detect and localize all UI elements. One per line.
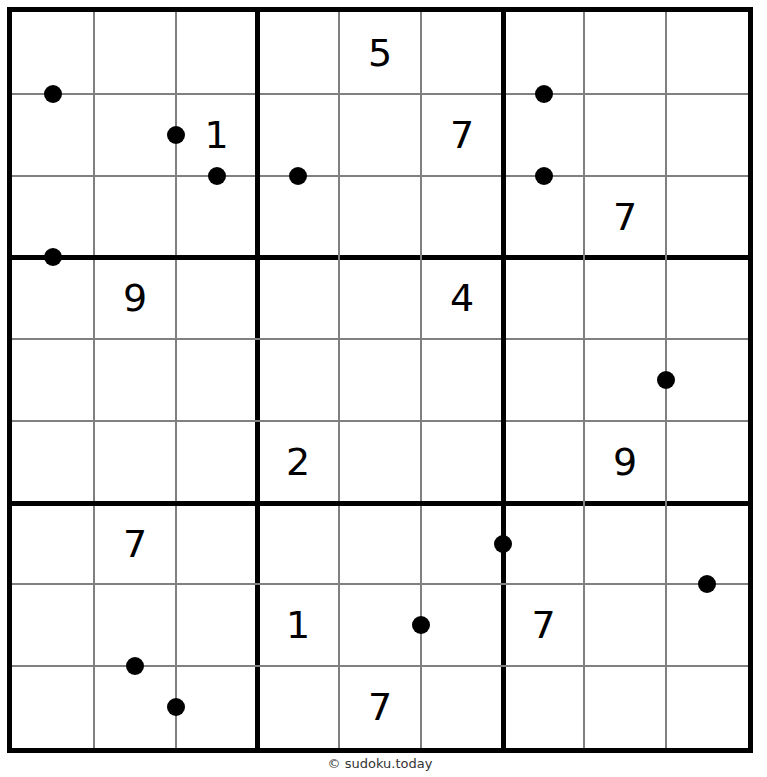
footer-credit: © sudoku.today bbox=[7, 756, 753, 771]
cell-r9c3 bbox=[176, 666, 257, 748]
cell-r8c2 bbox=[94, 584, 176, 666]
cell-r7c5 bbox=[339, 503, 421, 584]
cell-r1c7 bbox=[503, 12, 584, 94]
cell-r5c5 bbox=[339, 339, 421, 421]
cell-r1c2 bbox=[94, 12, 176, 94]
box-line-horizontal bbox=[12, 501, 748, 506]
cell-line-horizontal bbox=[12, 420, 748, 422]
cell-r3c2 bbox=[94, 176, 176, 257]
cell-r7c9 bbox=[666, 503, 748, 584]
cell-r9c5-given: 7 bbox=[339, 666, 421, 748]
black-dot-R2C4-R3C4 bbox=[289, 167, 307, 185]
cell-r6c6 bbox=[421, 421, 503, 503]
cell-r5c6 bbox=[421, 339, 503, 421]
cell-r6c5 bbox=[339, 421, 421, 503]
cell-r1c3 bbox=[176, 12, 257, 94]
cell-r5c8 bbox=[584, 339, 666, 421]
cell-r6c2 bbox=[94, 421, 176, 503]
cell-r6c9 bbox=[666, 421, 748, 503]
black-dot-R1C7-R2C7 bbox=[535, 85, 553, 103]
sudoku-board: 517794297177 bbox=[7, 7, 753, 753]
cell-r9c2 bbox=[94, 666, 176, 748]
cell-r5c9 bbox=[666, 339, 748, 421]
cell-r9c8 bbox=[584, 666, 666, 748]
black-dot-R8C2-R9C2 bbox=[126, 657, 144, 675]
cell-r4c3 bbox=[176, 257, 257, 339]
cell-r2c8 bbox=[584, 94, 666, 176]
cell-r3c6 bbox=[421, 176, 503, 257]
cell-r6c3 bbox=[176, 421, 257, 503]
cell-line-vertical bbox=[420, 12, 422, 748]
cell-r9c6 bbox=[421, 666, 503, 748]
black-dot-R5C8-R5C9 bbox=[657, 371, 675, 389]
cell-line-vertical bbox=[93, 12, 95, 748]
cell-r8c6 bbox=[421, 584, 503, 666]
cell-line-vertical bbox=[338, 12, 340, 748]
cell-r8c9 bbox=[666, 584, 748, 666]
black-dot-R1C1-R2C1 bbox=[44, 85, 62, 103]
black-dot-R2C2-R2C3 bbox=[167, 126, 185, 144]
black-dot-R8C5-R8C6 bbox=[412, 616, 430, 634]
cell-r7c1 bbox=[12, 503, 94, 584]
cell-line-horizontal bbox=[12, 665, 748, 667]
black-dot-R3C1-R4C1 bbox=[44, 248, 62, 266]
cell-line-vertical bbox=[175, 12, 177, 748]
cell-r5c4 bbox=[257, 339, 339, 421]
cell-r4c2-given: 9 bbox=[94, 257, 176, 339]
cell-r7c4 bbox=[257, 503, 339, 584]
cell-r1c9 bbox=[666, 12, 748, 94]
cell-r9c7 bbox=[503, 666, 584, 748]
cell-r3c1 bbox=[12, 176, 94, 257]
box-line-horizontal bbox=[12, 255, 748, 260]
cell-r9c4 bbox=[257, 666, 339, 748]
cell-r9c9 bbox=[666, 666, 748, 748]
cell-r6c7 bbox=[503, 421, 584, 503]
cell-r8c5 bbox=[339, 584, 421, 666]
cell-r8c1 bbox=[12, 584, 94, 666]
cell-r7c6 bbox=[421, 503, 503, 584]
box-line-vertical bbox=[255, 12, 260, 748]
cell-r2c6-given: 7 bbox=[421, 94, 503, 176]
cell-r3c4 bbox=[257, 176, 339, 257]
cell-r6c4-given: 2 bbox=[257, 421, 339, 503]
cell-r7c7 bbox=[503, 503, 584, 584]
cell-r2c5 bbox=[339, 94, 421, 176]
cell-r7c8 bbox=[584, 503, 666, 584]
cell-r4c9 bbox=[666, 257, 748, 339]
cell-line-horizontal bbox=[12, 338, 748, 340]
cell-r1c8 bbox=[584, 12, 666, 94]
black-dot-R9C2-R9C3 bbox=[167, 698, 185, 716]
cell-r1c1 bbox=[12, 12, 94, 94]
black-dot-R2C7-R3C7 bbox=[535, 167, 553, 185]
cell-r2c7 bbox=[503, 94, 584, 176]
cell-r2c1 bbox=[12, 94, 94, 176]
cell-r4c5 bbox=[339, 257, 421, 339]
cell-r8c4-given: 1 bbox=[257, 584, 339, 666]
cell-r4c6-given: 4 bbox=[421, 257, 503, 339]
cell-r1c5-given: 5 bbox=[339, 12, 421, 94]
cell-r8c7-given: 7 bbox=[503, 584, 584, 666]
cell-r5c1 bbox=[12, 339, 94, 421]
cell-r3c8-given: 7 bbox=[584, 176, 666, 257]
cell-r4c4 bbox=[257, 257, 339, 339]
cell-r6c8-given: 9 bbox=[584, 421, 666, 503]
cell-r8c8 bbox=[584, 584, 666, 666]
cell-r3c5 bbox=[339, 176, 421, 257]
cell-r1c6 bbox=[421, 12, 503, 94]
cell-r9c1 bbox=[12, 666, 94, 748]
cell-r2c2 bbox=[94, 94, 176, 176]
cell-r6c1 bbox=[12, 421, 94, 503]
cell-r2c4 bbox=[257, 94, 339, 176]
cell-r1c4 bbox=[257, 12, 339, 94]
cell-r4c1 bbox=[12, 257, 94, 339]
cell-r5c7 bbox=[503, 339, 584, 421]
cell-line-vertical bbox=[583, 12, 585, 748]
cell-r7c2-given: 7 bbox=[94, 503, 176, 584]
cell-r3c3 bbox=[176, 176, 257, 257]
cell-r4c7 bbox=[503, 257, 584, 339]
black-dot-R2C3-R3C3 bbox=[208, 167, 226, 185]
black-dot-R7C9-R8C9 bbox=[698, 575, 716, 593]
cell-line-horizontal bbox=[12, 583, 748, 585]
cell-r8c3 bbox=[176, 584, 257, 666]
cell-r4c8 bbox=[584, 257, 666, 339]
cell-r3c9 bbox=[666, 176, 748, 257]
cell-line-horizontal bbox=[12, 175, 748, 177]
cell-r5c2 bbox=[94, 339, 176, 421]
cell-r2c3-given: 1 bbox=[176, 94, 257, 176]
cell-r7c3 bbox=[176, 503, 257, 584]
black-dot-R7C6-R7C7 bbox=[494, 535, 512, 553]
box-line-vertical bbox=[501, 12, 506, 748]
cell-r2c9 bbox=[666, 94, 748, 176]
cell-r5c3 bbox=[176, 339, 257, 421]
cell-line-horizontal bbox=[12, 93, 748, 95]
cell-r3c7 bbox=[503, 176, 584, 257]
